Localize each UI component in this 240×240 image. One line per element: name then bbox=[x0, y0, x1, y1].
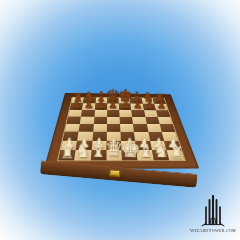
black-pawn: ♟ bbox=[71, 99, 81, 109]
square-c1: ♝ bbox=[90, 150, 106, 160]
square-a4 bbox=[65, 124, 80, 132]
square-b7: ♟ bbox=[82, 103, 95, 109]
white-knight: ♞ bbox=[153, 144, 169, 160]
square-e6 bbox=[119, 110, 132, 117]
square-d4 bbox=[107, 124, 121, 132]
square-b5 bbox=[80, 116, 94, 123]
square-d1: ♛ bbox=[106, 150, 122, 160]
wizardtower-logo: WizardTower.com bbox=[188, 195, 238, 233]
square-c4 bbox=[93, 124, 107, 132]
board-grid: ♜♞♝♛♚♝♞♜♟♟♟♟♟♟♟♟♟♟♟♟♟♟♟♟♜♞♝♛♚♝♞♜ bbox=[58, 97, 184, 160]
chess-board-frame: ♜♞♝♛♚♝♞♜♟♟♟♟♟♟♟♟♟♟♟♟♟♟♟♟♜♞♝♛♚♝♞♜ bbox=[44, 93, 200, 169]
square-a1: ♜ bbox=[58, 150, 76, 160]
square-h7: ♟ bbox=[154, 104, 168, 110]
square-e7: ♟ bbox=[119, 104, 132, 110]
black-pawn: ♟ bbox=[145, 100, 155, 110]
brass-clasp-icon bbox=[109, 169, 121, 177]
logo-text: WizardTower.com bbox=[188, 228, 238, 233]
white-queen: ♛ bbox=[105, 140, 124, 159]
square-d5 bbox=[107, 117, 120, 124]
square-g1: ♞ bbox=[151, 150, 169, 160]
square-c7: ♟ bbox=[95, 103, 107, 109]
black-pawn: ♟ bbox=[157, 100, 167, 110]
square-b4 bbox=[79, 124, 94, 132]
white-bishop: ♝ bbox=[90, 143, 107, 160]
square-g4 bbox=[146, 124, 161, 132]
black-pawn: ♟ bbox=[84, 99, 94, 109]
black-pawn: ♟ bbox=[96, 100, 106, 110]
square-a5 bbox=[67, 116, 82, 123]
square-h1: ♜ bbox=[166, 150, 184, 160]
tower-icon bbox=[199, 195, 227, 227]
square-c5 bbox=[93, 117, 106, 124]
white-knight: ♞ bbox=[75, 144, 91, 160]
square-h5 bbox=[158, 117, 173, 124]
square-f7: ♟ bbox=[131, 104, 144, 110]
white-rook: ♜ bbox=[169, 145, 184, 160]
square-a7: ♟ bbox=[70, 103, 83, 109]
black-pawn: ♟ bbox=[108, 100, 118, 110]
square-b1: ♞ bbox=[74, 150, 91, 160]
product-photo-background: ♜♞♝♛♚♝♞♜♟♟♟♟♟♟♟♟♟♟♟♟♟♟♟♟♜♞♝♛♚♝♞♜ WizardT… bbox=[0, 0, 240, 240]
square-g7: ♟ bbox=[142, 104, 155, 110]
square-e4 bbox=[120, 124, 134, 132]
square-e5 bbox=[120, 117, 134, 124]
black-pawn: ♟ bbox=[133, 100, 143, 110]
square-d7: ♟ bbox=[107, 104, 119, 110]
chess-board-3d: ♜♞♝♛♚♝♞♜♟♟♟♟♟♟♟♟♟♟♟♟♟♟♟♟♜♞♝♛♚♝♞♜ bbox=[44, 93, 200, 169]
black-pawn: ♟ bbox=[121, 100, 131, 110]
square-e1: ♚ bbox=[121, 150, 137, 160]
square-d6 bbox=[107, 110, 120, 117]
white-rook: ♜ bbox=[59, 145, 74, 160]
square-h4 bbox=[159, 124, 175, 132]
square-f4 bbox=[133, 124, 148, 132]
